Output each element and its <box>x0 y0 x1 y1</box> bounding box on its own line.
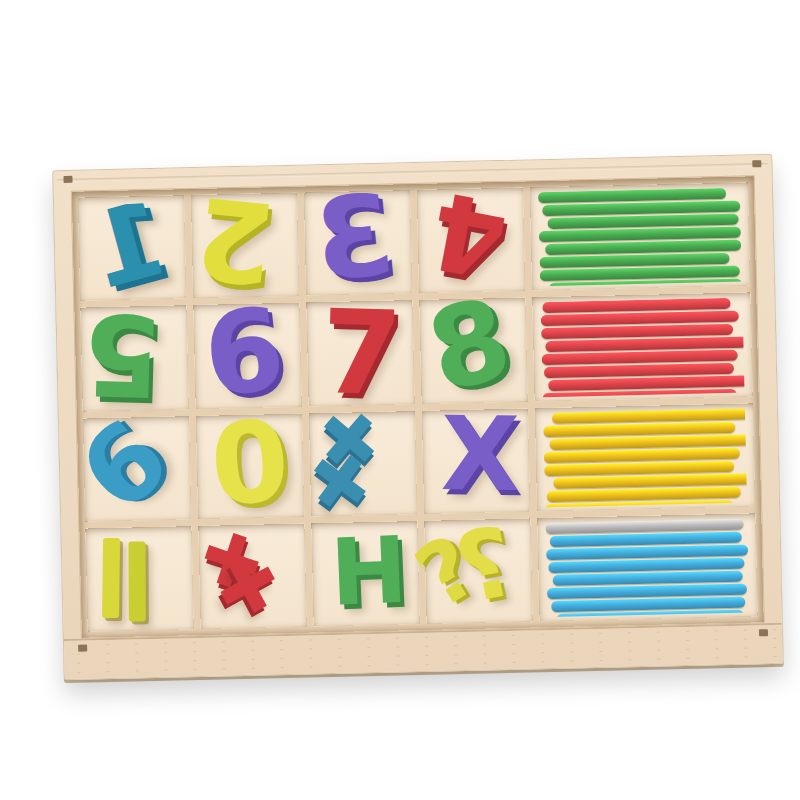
compartment-r1c2: 2 <box>191 193 299 299</box>
stick-tray-green <box>538 188 742 287</box>
equals-bar-piece <box>102 538 120 618</box>
compartment-r2c4: 8 <box>420 298 528 404</box>
lid-notch-left <box>63 176 72 183</box>
compartment-r1c3: 3 <box>304 190 412 296</box>
number-piece-9-rotated: 6 <box>63 402 186 528</box>
counting-stick-yellow <box>550 434 747 450</box>
counting-stick-yellow <box>551 408 747 423</box>
stick-tray-red <box>541 298 745 397</box>
compartment-r4c5 <box>538 513 758 621</box>
number-piece-4: 4 <box>423 175 515 293</box>
compartment-r1c1: 1 <box>78 195 186 301</box>
number-piece-2: 2 <box>191 181 280 300</box>
front-rim-notch-left <box>78 645 87 652</box>
counting-stick-yellow <box>544 421 736 436</box>
counting-stick-yellow <box>544 447 740 462</box>
wooden-box: 1 2 3 4 5 6 7 8 <box>52 154 783 680</box>
counting-stick-yellow <box>553 473 747 489</box>
compartment-r4c1 <box>85 526 193 632</box>
compartment-r3c1: 6 <box>83 416 191 522</box>
counting-stick-yellow <box>545 460 735 475</box>
number-piece-8: 8 <box>418 281 521 409</box>
compartment-r4c4: ? ? <box>425 518 533 624</box>
compartment-r2c3: 7 <box>307 300 415 406</box>
compartment-r2c5 <box>533 293 753 401</box>
counting-stick-yellow <box>547 486 741 501</box>
number-piece-5: 5 <box>82 298 163 412</box>
stick-tray-blue <box>546 518 750 617</box>
equals-bar-piece <box>128 541 145 621</box>
multiply-x-piece: X <box>441 403 521 506</box>
number-piece-0: 0 <box>207 404 293 522</box>
lid-notch-right <box>752 160 761 167</box>
compartment-r3c4: X <box>422 408 530 514</box>
stick-tray-yellow <box>543 408 747 507</box>
compartment-r4c3: H <box>312 521 420 627</box>
compartment-grid: 1 2 3 4 5 6 7 8 <box>71 175 765 638</box>
front-rim-notch-right <box>759 629 768 636</box>
compartment-r2c2: 6 <box>194 303 302 409</box>
compartment-r2c1: 5 <box>80 305 188 411</box>
number-piece-1: 1 <box>81 185 178 304</box>
compartment-r3c5 <box>535 403 755 511</box>
compartment-r3c2: 0 <box>196 413 304 519</box>
number-piece-3: 3 <box>310 178 398 297</box>
compartment-r4c2: ✚ ✚ <box>199 523 307 629</box>
compartment-r1c5 <box>530 182 750 290</box>
compartment-r3c3: ✚ ✚ <box>309 411 417 517</box>
h-shape-piece: H <box>329 524 410 619</box>
